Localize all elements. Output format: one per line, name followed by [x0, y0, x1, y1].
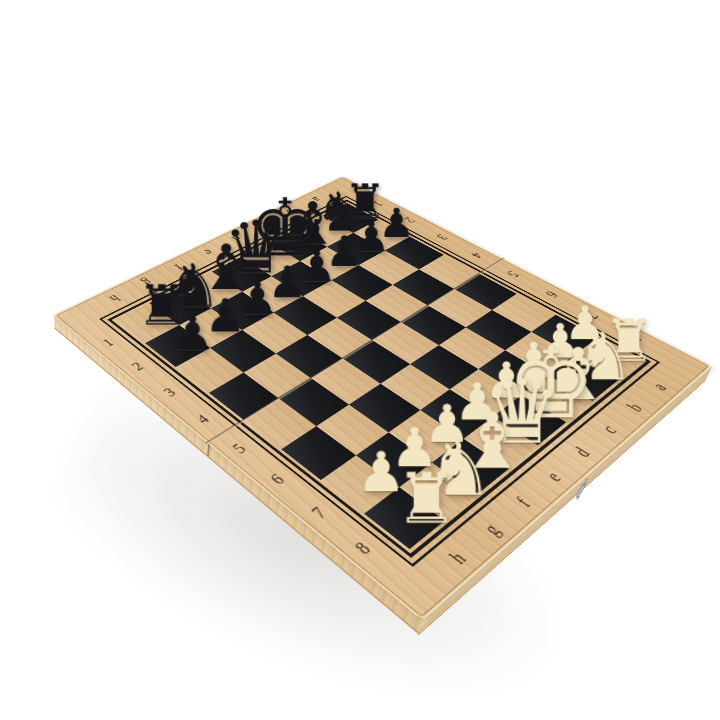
- square-h6: [281, 426, 356, 480]
- square-e7: [420, 389, 492, 438]
- square-h3: [176, 348, 243, 393]
- square-f8: [431, 439, 508, 495]
- square-e6: [380, 364, 450, 410]
- square-g8: [398, 462, 477, 521]
- square-g5: [278, 378, 348, 426]
- product-photo: 12345678 12345678 hgfedcba hgfedcba ♜♞♝♛…: [0, 0, 720, 720]
- square-f7: [389, 410, 463, 462]
- square-g6: [316, 404, 389, 455]
- file-labels-near-h: h: [422, 530, 493, 587]
- square-c7: [478, 350, 547, 395]
- square-f4: [276, 335, 343, 378]
- square-d8: [492, 395, 565, 445]
- rank-labels-near-8: 8: [327, 521, 400, 579]
- square-e5: [342, 340, 410, 384]
- square-g4: [243, 353, 311, 398]
- square-h5: [244, 398, 316, 449]
- square-b8: [547, 356, 617, 401]
- square-c8: [521, 375, 593, 423]
- square-h7: [321, 456, 399, 514]
- square-f5: [311, 359, 380, 405]
- square-d6: [410, 345, 478, 389]
- square-f6: [349, 384, 420, 433]
- scene: 12345678 12345678 hgfedcba hgfedcba ♜♞♝♛…: [0, 0, 720, 720]
- square-h8: [364, 487, 445, 549]
- rank-labels-near: 12345678: [81, 325, 400, 579]
- file-labels-near: hgfedcba: [422, 367, 688, 587]
- chess-board: 12345678 12345678 hgfedcba hgfedcba ♜♞♝♛…: [53, 176, 713, 621]
- square-a8: [573, 337, 642, 380]
- square-e8: [463, 416, 538, 469]
- square-g7: [356, 432, 432, 487]
- square-h4: [209, 372, 278, 419]
- square-d7: [450, 369, 521, 416]
